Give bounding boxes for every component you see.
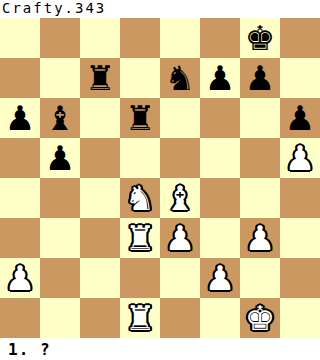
- black-rook: ♜: [125, 98, 155, 138]
- square-e8[interactable]: [160, 18, 200, 58]
- square-d2[interactable]: [120, 258, 160, 298]
- square-e3[interactable]: ♟: [160, 218, 200, 258]
- square-b6[interactable]: ♝: [40, 98, 80, 138]
- square-d7[interactable]: [120, 58, 160, 98]
- square-d1[interactable]: ♜: [120, 298, 160, 338]
- square-h7[interactable]: [280, 58, 320, 98]
- square-a1[interactable]: [0, 298, 40, 338]
- square-a8[interactable]: [0, 18, 40, 58]
- black-rook: ♜: [85, 58, 115, 98]
- square-f3[interactable]: [200, 218, 240, 258]
- black-knight: ♞: [165, 58, 195, 98]
- white-pawn: ♟: [165, 218, 195, 258]
- crafty-window: Crafty.343 ♚♜♞♟♟♟♝♜♟♟♟♞♝♜♟♟♟♟♜♚ 1. ?: [0, 0, 320, 360]
- square-e5[interactable]: [160, 138, 200, 178]
- white-pawn: ♟: [5, 258, 35, 298]
- black-pawn: ♟: [45, 138, 75, 178]
- square-b3[interactable]: [40, 218, 80, 258]
- square-a6[interactable]: ♟: [0, 98, 40, 138]
- white-pawn: ♟: [245, 218, 275, 258]
- square-c5[interactable]: [80, 138, 120, 178]
- square-c2[interactable]: [80, 258, 120, 298]
- black-bishop: ♝: [45, 98, 75, 138]
- white-bishop: ♝: [165, 178, 195, 218]
- square-d5[interactable]: [120, 138, 160, 178]
- square-b2[interactable]: [40, 258, 80, 298]
- black-pawn: ♟: [285, 98, 315, 138]
- black-pawn: ♟: [205, 58, 235, 98]
- white-rook: ♜: [125, 298, 155, 338]
- square-b5[interactable]: ♟: [40, 138, 80, 178]
- white-king: ♚: [245, 298, 275, 338]
- square-a5[interactable]: [0, 138, 40, 178]
- square-c6[interactable]: [80, 98, 120, 138]
- square-f1[interactable]: [200, 298, 240, 338]
- square-g1[interactable]: ♚: [240, 298, 280, 338]
- square-h6[interactable]: ♟: [280, 98, 320, 138]
- square-h3[interactable]: [280, 218, 320, 258]
- square-h2[interactable]: [280, 258, 320, 298]
- square-b7[interactable]: [40, 58, 80, 98]
- white-rook: ♜: [125, 218, 155, 258]
- square-b1[interactable]: [40, 298, 80, 338]
- square-g7[interactable]: ♟: [240, 58, 280, 98]
- square-a3[interactable]: [0, 218, 40, 258]
- square-a4[interactable]: [0, 178, 40, 218]
- square-e6[interactable]: [160, 98, 200, 138]
- white-pawn: ♟: [205, 258, 235, 298]
- square-d4[interactable]: ♞: [120, 178, 160, 218]
- black-king: ♚: [245, 18, 275, 58]
- square-e1[interactable]: [160, 298, 200, 338]
- square-f6[interactable]: [200, 98, 240, 138]
- square-e7[interactable]: ♞: [160, 58, 200, 98]
- square-h1[interactable]: [280, 298, 320, 338]
- square-d3[interactable]: ♜: [120, 218, 160, 258]
- square-c8[interactable]: [80, 18, 120, 58]
- square-c3[interactable]: [80, 218, 120, 258]
- square-h5[interactable]: ♟: [280, 138, 320, 178]
- square-h4[interactable]: [280, 178, 320, 218]
- square-g8[interactable]: ♚: [240, 18, 280, 58]
- square-c1[interactable]: [80, 298, 120, 338]
- square-h8[interactable]: [280, 18, 320, 58]
- square-a2[interactable]: ♟: [0, 258, 40, 298]
- chess-board: ♚♜♞♟♟♟♝♜♟♟♟♞♝♜♟♟♟♟♜♚: [0, 18, 320, 338]
- window-title: Crafty.343: [0, 0, 320, 18]
- square-g4[interactable]: [240, 178, 280, 218]
- white-pawn: ♟: [285, 138, 315, 178]
- square-g5[interactable]: [240, 138, 280, 178]
- square-f7[interactable]: ♟: [200, 58, 240, 98]
- white-knight: ♞: [125, 178, 155, 218]
- square-a7[interactable]: [0, 58, 40, 98]
- square-g6[interactable]: [240, 98, 280, 138]
- square-c7[interactable]: ♜: [80, 58, 120, 98]
- square-d6[interactable]: ♜: [120, 98, 160, 138]
- square-f8[interactable]: [200, 18, 240, 58]
- square-e2[interactable]: [160, 258, 200, 298]
- square-g2[interactable]: [240, 258, 280, 298]
- square-e4[interactable]: ♝: [160, 178, 200, 218]
- square-b4[interactable]: [40, 178, 80, 218]
- square-b8[interactable]: [40, 18, 80, 58]
- square-f4[interactable]: [200, 178, 240, 218]
- square-c4[interactable]: [80, 178, 120, 218]
- black-pawn: ♟: [245, 58, 275, 98]
- square-d8[interactable]: [120, 18, 160, 58]
- move-prompt: 1. ?: [0, 338, 320, 360]
- black-pawn: ♟: [5, 98, 35, 138]
- square-g3[interactable]: ♟: [240, 218, 280, 258]
- square-f2[interactable]: ♟: [200, 258, 240, 298]
- square-f5[interactable]: [200, 138, 240, 178]
